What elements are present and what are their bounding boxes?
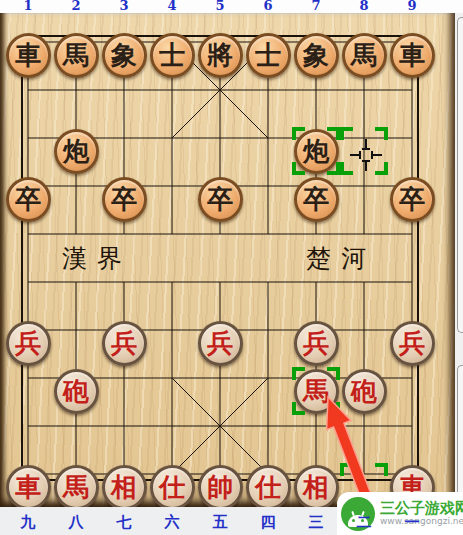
piece-black-r0c2[interactable]: 馬 <box>54 33 99 78</box>
selection-bracket-r2c7 <box>292 127 340 175</box>
file-label-top-2: 2 <box>63 0 89 12</box>
piece-black-r3c1[interactable]: 卒 <box>6 177 51 222</box>
file-label-bottom-6: 四 <box>255 514 281 530</box>
piece-black-r0c7[interactable]: 象 <box>294 33 339 78</box>
xiangqi-game-screen: 漢界 楚河 車馬象士將士象馬車炮炮卒卒卒卒卒兵兵兵兵兵砲馬砲車馬相仕帥仕相車 三… <box>0 0 463 535</box>
file-label-bottom-2: 八 <box>63 514 89 530</box>
file-label-top-1: 1 <box>15 0 41 12</box>
piece-red-r9c7[interactable]: 相 <box>294 465 339 510</box>
selection-bracket-r7c7 <box>292 367 340 415</box>
piece-black-r3c9[interactable]: 卒 <box>390 177 435 222</box>
file-label-bottom-8: 二 <box>351 514 377 530</box>
file-label-bottom-1: 九 <box>15 514 41 530</box>
piece-black-r0c4[interactable]: 士 <box>150 33 195 78</box>
river-label-han: 漢界 <box>62 244 132 274</box>
piece-red-r7c2[interactable]: 砲 <box>54 369 99 414</box>
piece-black-r3c7[interactable]: 卒 <box>294 177 339 222</box>
file-label-top-4: 4 <box>159 0 185 12</box>
file-label-bottom-3: 七 <box>111 514 137 530</box>
side-panel-edge <box>455 13 463 535</box>
file-label-top-8: 8 <box>351 0 377 12</box>
piece-red-r7c8[interactable]: 砲 <box>342 369 387 414</box>
file-label-bottom-4: 六 <box>159 514 185 530</box>
piece-black-r2c2[interactable]: 炮 <box>54 129 99 174</box>
piece-black-r3c3[interactable]: 卒 <box>102 177 147 222</box>
file-label-top-7: 7 <box>303 0 329 12</box>
piece-red-r6c3[interactable]: 兵 <box>102 321 147 366</box>
file-label-bottom-9: 一 <box>399 514 425 530</box>
piece-black-r0c6[interactable]: 士 <box>246 33 291 78</box>
file-label-top-3: 3 <box>111 0 137 12</box>
file-label-top-6: 6 <box>255 0 281 12</box>
piece-black-r0c1[interactable]: 車 <box>6 33 51 78</box>
crosshair-cursor-icon <box>350 139 382 171</box>
piece-red-r6c5[interactable]: 兵 <box>198 321 243 366</box>
file-label-top-9: 9 <box>399 0 425 12</box>
piece-black-r3c5[interactable]: 卒 <box>198 177 243 222</box>
file-label-top-5: 5 <box>207 0 233 12</box>
piece-red-r6c7[interactable]: 兵 <box>294 321 339 366</box>
file-label-bottom-5: 五 <box>207 514 233 530</box>
piece-black-r0c9[interactable]: 車 <box>390 33 435 78</box>
river-label-chu: 楚河 <box>306 244 376 274</box>
piece-black-r0c5[interactable]: 將 <box>198 33 243 78</box>
piece-black-r0c3[interactable]: 象 <box>102 33 147 78</box>
piece-red-r9c4[interactable]: 仕 <box>150 465 195 510</box>
piece-red-r6c1[interactable]: 兵 <box>6 321 51 366</box>
piece-red-r9c1[interactable]: 車 <box>6 465 51 510</box>
piece-red-r9c3[interactable]: 相 <box>102 465 147 510</box>
piece-red-r9c6[interactable]: 仕 <box>246 465 291 510</box>
side-panel-border-top <box>457 17 463 333</box>
piece-red-r6c9[interactable]: 兵 <box>390 321 435 366</box>
piece-red-r9c2[interactable]: 馬 <box>54 465 99 510</box>
piece-black-r0c8[interactable]: 馬 <box>342 33 387 78</box>
file-label-bottom-7: 三 <box>303 514 329 530</box>
piece-red-r9c5[interactable]: 帥 <box>198 465 243 510</box>
